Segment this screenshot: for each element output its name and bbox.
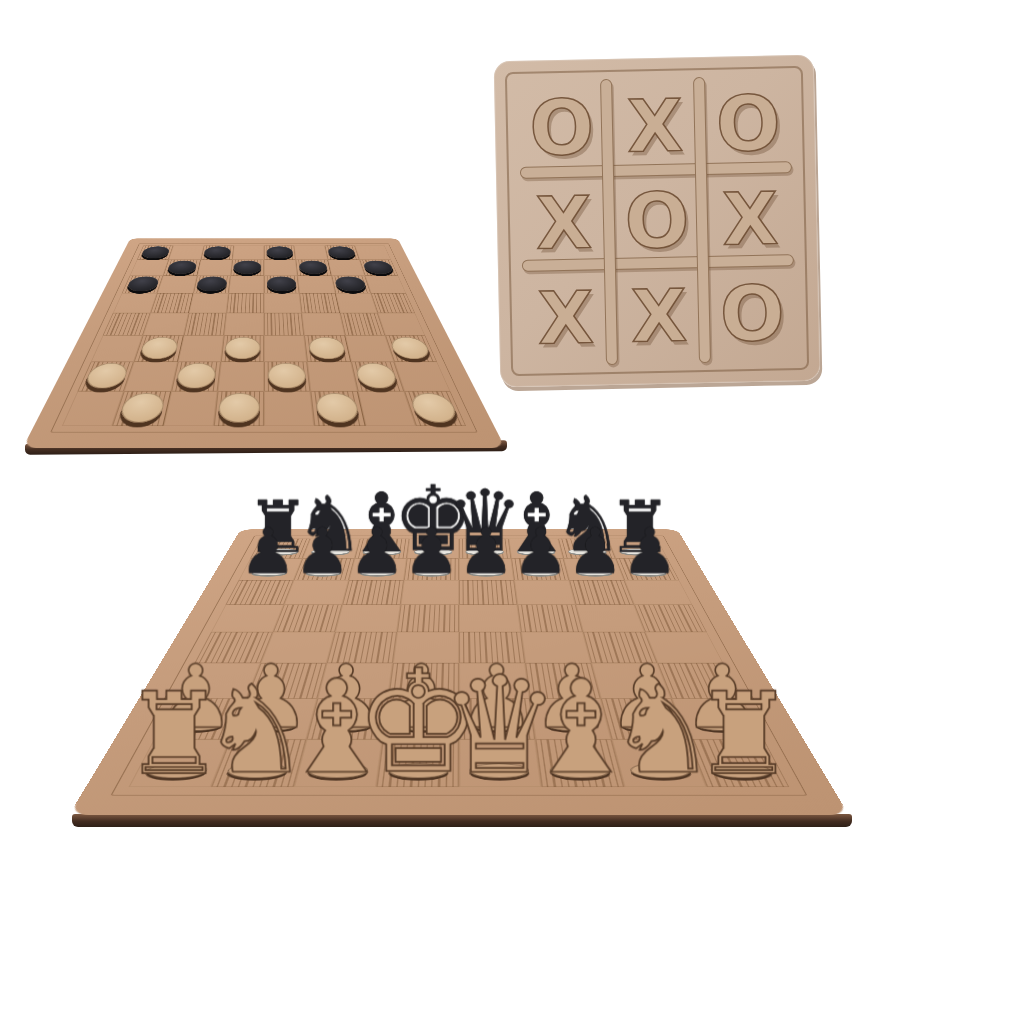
checkers-square-r0c5 [294,246,327,260]
ttt-cell-r1c2: X [703,170,798,267]
ttt-piece-o: O [624,182,690,259]
checkers-square-r3c4 [264,293,302,313]
chess-square-r3c0 [211,605,284,632]
checkers-square-r2c7 [365,275,407,293]
chess-piece-black-pawn: ♟ [349,519,406,582]
chess-piece-black-pawn: ♟ [567,519,624,582]
chess-board-scene: ♜♞♝♚♛♝♞♜♟♟♟♟♟♟♟♟♟♟♟♟♟♟♟♟♜♞♝♚♛♝♞♜ [179,352,739,912]
ttt-piece-o: O [715,85,781,162]
checkers-square-r4c4 [264,313,304,336]
chess-piece-black-pawn: ♟ [240,519,297,582]
checkers-square-r2c1 [157,275,197,293]
chess-square-r2c6 [569,580,634,604]
tictactoe-grid: OXOXOXXXO [514,75,800,367]
chess-square-r2c0 [226,580,294,604]
chess-square-r3c4 [459,605,521,632]
ttt-piece-x: X [537,282,594,355]
chess-piece-natural-rook: ♜ [693,677,794,790]
checkers-square-r2c5 [298,275,336,293]
checkers-square-r3c3 [226,293,264,313]
checkers-square-r1c6 [328,260,365,276]
chess-square-r2c1 [284,580,349,604]
chess-square-r2c2 [342,580,404,604]
chess-piece-black-pawn: ♟ [294,519,351,582]
checkers-square-r1c2 [197,260,232,276]
ttt-cell-r1c0: X [516,174,611,271]
checkers-square-r4c5 [302,313,345,336]
chess-square-r3c5 [517,605,583,632]
ttt-piece-o: O [719,276,785,353]
chess-board: ♜♞♝♚♛♝♞♜♟♟♟♟♟♟♟♟♟♟♟♟♟♟♟♟♜♞♝♚♛♝♞♜ [69,529,849,815]
ttt-piece-o: O [529,89,595,166]
ttt-cell-r0c0: O [514,79,609,176]
chess-square-r3c1 [273,605,342,632]
chess-square-r2c4 [459,580,517,604]
ttt-cell-r2c2: O [705,266,800,363]
ttt-piece-x: X [722,182,779,255]
chess-piece-black-pawn: ♟ [458,519,515,582]
chess-square-r2c7 [624,580,692,604]
chess-square-r2c5 [514,580,576,604]
checkers-square-r0c7 [355,246,392,260]
ttt-piece-x: X [535,186,592,259]
chess-square-r3c7 [634,605,707,632]
checkers-square-r3c5 [300,293,340,313]
checkers-square-r4c2 [183,313,226,336]
ttt-piece-x: X [630,280,687,353]
checkers-square-r0c1 [169,246,204,260]
checkers-square-r6c1 [124,361,177,391]
ttt-cell-r0c1: X [607,77,702,174]
checkers-square-r4c1 [143,313,188,336]
checkers-square-r2c3 [228,275,264,293]
product-photo-canvas: OXOXOXXXO ♜♞♝♚♛♝♞♜♟♟♟♟♟♟♟♟♟♟♟♟♟♟♟♟♜♞♝♚♛♝… [0,0,1024,1024]
checkers-piece-black [266,246,293,258]
checkers-square-r3c7 [371,293,416,313]
tictactoe-board-face: OXOXOXXXO [494,55,821,388]
chess-square-r3c6 [576,605,645,632]
ttt-cell-r0c2: O [701,75,796,172]
checkers-square-r4c3 [224,313,264,336]
checkers-square-r4c7 [377,313,425,336]
ttt-piece-x: X [626,89,683,162]
chess-square-r3c2 [335,605,401,632]
chess-piece-black-pawn: ♟ [512,519,569,582]
tictactoe-board: OXOXOXXXO [494,55,821,388]
chess-piece-black-pawn: ♟ [621,519,678,582]
chess-square-r3c3 [397,605,459,632]
checkers-square-r3c1 [151,293,193,313]
checkers-square-r1c4 [264,260,298,276]
chess-square-r2c3 [401,580,459,604]
checkers-piece-black [233,261,261,274]
checkers-square-r0c3 [232,246,264,260]
checkers-square-r3c2 [188,293,228,313]
chess-piece-black-pawn: ♟ [403,519,460,582]
ttt-cell-r2c1: X [611,268,706,365]
ttt-cell-r1c1: O [609,172,704,269]
